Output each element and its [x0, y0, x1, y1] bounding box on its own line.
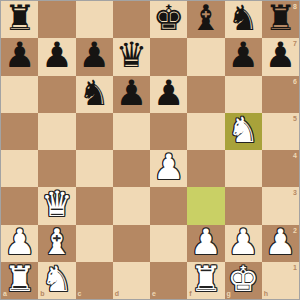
black-pawn[interactable]: ♟ [41, 38, 72, 73]
square-e4[interactable]: ♟ [150, 150, 187, 187]
square-b7[interactable]: ♟ [38, 38, 75, 75]
square-g6[interactable] [225, 76, 262, 113]
file-label-f: f [189, 290, 191, 297]
black-queen[interactable]: ♛ [116, 38, 147, 73]
black-knight[interactable]: ♞ [78, 76, 109, 111]
square-b2[interactable]: ♝ [38, 225, 75, 262]
file-label-a: a [3, 290, 7, 297]
square-e2[interactable] [150, 225, 187, 262]
black-rook[interactable]: ♜ [265, 1, 296, 36]
square-a4[interactable] [1, 150, 38, 187]
square-d1[interactable]: d [113, 262, 150, 299]
file-label-b: b [40, 290, 44, 297]
square-f7[interactable] [187, 38, 224, 75]
square-h3[interactable]: 3 [262, 187, 299, 224]
square-g4[interactable] [225, 150, 262, 187]
square-e8[interactable]: ♚ [150, 1, 187, 38]
file-label-c: c [78, 290, 82, 297]
black-pawn[interactable]: ♟ [265, 38, 296, 73]
square-a7[interactable]: ♟ [1, 38, 38, 75]
square-h5[interactable]: 5 [262, 113, 299, 150]
white-knight[interactable]: ♞ [41, 262, 72, 297]
square-c5[interactable] [76, 113, 113, 150]
square-g2[interactable]: ♟ [225, 225, 262, 262]
black-bishop[interactable]: ♝ [190, 1, 221, 36]
square-f6[interactable] [187, 76, 224, 113]
square-d2[interactable] [113, 225, 150, 262]
rank-label-5: 5 [293, 115, 297, 122]
square-c1[interactable]: c [76, 262, 113, 299]
black-rook[interactable]: ♜ [4, 1, 35, 36]
white-pawn[interactable]: ♟ [265, 225, 296, 260]
square-b6[interactable] [38, 76, 75, 113]
black-pawn[interactable]: ♟ [4, 38, 35, 73]
square-c4[interactable] [76, 150, 113, 187]
square-b1[interactable]: ♞b [38, 262, 75, 299]
square-c6[interactable]: ♞ [76, 76, 113, 113]
square-e5[interactable] [150, 113, 187, 150]
rank-label-2: 2 [293, 227, 297, 234]
white-pawn[interactable]: ♟ [190, 225, 221, 260]
square-h2[interactable]: ♟2 [262, 225, 299, 262]
square-f4[interactable] [187, 150, 224, 187]
rank-label-1: 1 [293, 264, 297, 271]
square-g3[interactable] [225, 187, 262, 224]
black-pawn[interactable]: ♟ [153, 76, 184, 111]
square-f1[interactable]: ♜f [187, 262, 224, 299]
square-f8[interactable]: ♝ [187, 1, 224, 38]
file-label-g: g [227, 290, 231, 297]
square-f3[interactable] [187, 187, 224, 224]
file-label-d: d [115, 290, 119, 297]
square-d8[interactable] [113, 1, 150, 38]
black-knight[interactable]: ♞ [227, 1, 258, 36]
white-queen[interactable]: ♛ [41, 187, 72, 222]
file-label-h: h [264, 290, 268, 297]
rank-label-6: 6 [293, 78, 297, 85]
black-king[interactable]: ♚ [153, 1, 184, 36]
square-a8[interactable]: ♜ [1, 1, 38, 38]
black-pawn[interactable]: ♟ [78, 38, 109, 73]
white-rook[interactable]: ♜ [4, 262, 35, 297]
chess-board-container: ♜♚♝♞♜8♟♟♟♛♟♟7♞♟♟6♞5♟4♛3♟♝♟♟♟2♜a♞bcde♜f♚g… [0, 0, 300, 300]
square-d5[interactable] [113, 113, 150, 150]
square-g8[interactable]: ♞ [225, 1, 262, 38]
square-a1[interactable]: ♜a [1, 262, 38, 299]
white-rook[interactable]: ♜ [190, 262, 221, 297]
square-d7[interactable]: ♛ [113, 38, 150, 75]
square-e3[interactable] [150, 187, 187, 224]
square-h8[interactable]: ♜8 [262, 1, 299, 38]
square-h7[interactable]: ♟7 [262, 38, 299, 75]
square-d6[interactable]: ♟ [113, 76, 150, 113]
square-c7[interactable]: ♟ [76, 38, 113, 75]
square-a5[interactable] [1, 113, 38, 150]
rank-label-8: 8 [293, 3, 297, 10]
square-f2[interactable]: ♟ [187, 225, 224, 262]
white-king[interactable]: ♚ [227, 262, 258, 297]
square-b5[interactable] [38, 113, 75, 150]
square-g1[interactable]: ♚g [225, 262, 262, 299]
white-pawn[interactable]: ♟ [153, 150, 184, 185]
square-d3[interactable] [113, 187, 150, 224]
square-c3[interactable] [76, 187, 113, 224]
white-knight[interactable]: ♞ [227, 113, 258, 148]
square-h4[interactable]: 4 [262, 150, 299, 187]
square-e6[interactable]: ♟ [150, 76, 187, 113]
rank-label-7: 7 [293, 40, 297, 47]
square-e1[interactable]: e [150, 262, 187, 299]
black-pawn[interactable]: ♟ [227, 38, 258, 73]
file-label-e: e [152, 290, 156, 297]
square-h6[interactable]: 6 [262, 76, 299, 113]
square-c2[interactable] [76, 225, 113, 262]
square-c8[interactable] [76, 1, 113, 38]
square-b3[interactable]: ♛ [38, 187, 75, 224]
white-pawn[interactable]: ♟ [227, 225, 258, 260]
square-d4[interactable] [113, 150, 150, 187]
square-b8[interactable] [38, 1, 75, 38]
square-b4[interactable] [38, 150, 75, 187]
square-a2[interactable]: ♟ [1, 225, 38, 262]
square-h1[interactable]: 1h [262, 262, 299, 299]
square-f5[interactable] [187, 113, 224, 150]
square-a6[interactable] [1, 76, 38, 113]
white-bishop[interactable]: ♝ [41, 225, 72, 260]
rank-label-3: 3 [293, 189, 297, 196]
square-g7[interactable]: ♟ [225, 38, 262, 75]
square-g5[interactable]: ♞ [225, 113, 262, 150]
square-e7[interactable] [150, 38, 187, 75]
white-pawn[interactable]: ♟ [4, 225, 35, 260]
rank-label-4: 4 [293, 152, 297, 159]
black-pawn[interactable]: ♟ [116, 76, 147, 111]
square-a3[interactable] [1, 187, 38, 224]
chess-board: ♜♚♝♞♜8♟♟♟♛♟♟7♞♟♟6♞5♟4♛3♟♝♟♟♟2♜a♞bcde♜f♚g… [0, 0, 300, 300]
